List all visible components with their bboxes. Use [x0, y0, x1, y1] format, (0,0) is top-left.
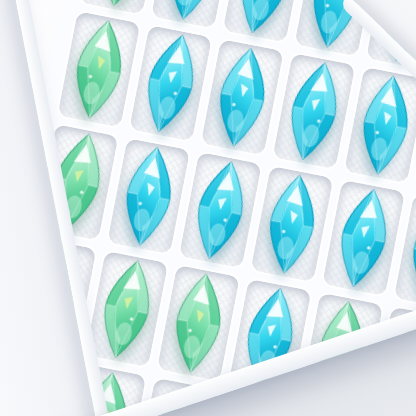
marquise-gem-blue — [131, 27, 210, 140]
marquise-gem-blue — [182, 154, 260, 266]
tray-cell — [322, 180, 405, 296]
photo-scene — [0, 0, 416, 416]
tray-cell — [85, 251, 168, 367]
tray-cell — [344, 67, 416, 183]
tray-cell — [79, 0, 162, 15]
tray-cell — [157, 265, 240, 381]
marquise-gem-blue — [400, 197, 416, 306]
tray-cell — [57, 11, 140, 127]
marquise-gem-blue — [275, 55, 353, 167]
tray-cell — [129, 25, 212, 141]
tray-cell — [272, 53, 355, 169]
marquise-gem-green — [163, 268, 234, 378]
tray-cell — [201, 39, 284, 155]
marquise-gem-blue — [206, 42, 279, 152]
tray-cell — [250, 166, 333, 282]
marquise-gem-blue — [112, 141, 185, 251]
marquise-gem-blue — [350, 70, 416, 180]
marquise-gem-green — [86, 0, 156, 11]
marquise-gem-blue — [155, 0, 229, 26]
marquise-gem-green — [88, 253, 166, 365]
tray-cell — [151, 0, 234, 28]
marquise-gem-blue — [225, 0, 304, 41]
marquise-gem-blue — [326, 182, 402, 293]
marquise-gem-blue — [256, 169, 327, 279]
tray-cell — [223, 0, 306, 42]
tray-cell — [179, 152, 262, 268]
tray-cell — [107, 138, 190, 254]
marquise-gem-green — [62, 14, 136, 125]
